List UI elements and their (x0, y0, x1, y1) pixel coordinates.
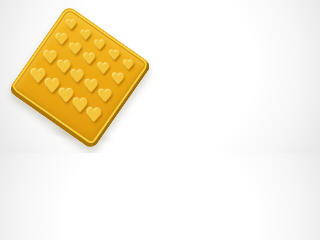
heart-bump: ♥ (86, 106, 104, 126)
heart-cavity-grid: ♥♥♥♥♥♥♥♥♥♥♥♥♥♥♥♥♥♥♥♥ (26, 16, 137, 126)
heart-bump: ♥ (65, 18, 77, 31)
heart-bump: ♥ (83, 52, 97, 67)
heart-bump: ♥ (69, 43, 83, 58)
heart-bump: ♥ (108, 49, 120, 62)
silicone-heart-mold-tray: ♥♥♥♥♥♥♥♥♥♥♥♥♥♥♥♥♥♥♥♥ (7, 5, 152, 151)
heart-bump: ♥ (55, 33, 69, 48)
product-photo: ♥♥♥♥♥♥♥♥♥♥♥♥♥♥♥♥♥♥♥♥ (0, 0, 153, 153)
heart-bump: ♥ (97, 62, 111, 77)
heart-bump: ♥ (97, 87, 113, 105)
